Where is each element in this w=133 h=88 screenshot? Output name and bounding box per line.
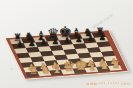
piece-black-bishop: ♝: [70, 27, 82, 39]
diagonal-watermark: www·com: [90, 12, 114, 30]
chess-set-photo: www·com w ♜♞♝♛♚♝♞♜♟♟♟♟♟♟♟♟♟♟♟♟♟♟♟♟♜♞♝♛♚♝…: [0, 0, 133, 88]
url-watermark: www.***-*****.com: [86, 81, 131, 86]
faint-watermark-speck: w: [9, 66, 14, 72]
chess-board: ♜♞♝♛♚♝♞♜♟♟♟♟♟♟♟♟♟♟♟♟♟♟♟♟♜♞♝♛♚♝♞♜: [10, 32, 123, 77]
chess-board-frame: ♜♞♝♛♚♝♞♜♟♟♟♟♟♟♟♟♟♟♟♟♟♟♟♟♜♞♝♛♚♝♞♜: [6, 31, 128, 79]
chess-board-outer-edge: ♜♞♝♛♚♝♞♜♟♟♟♟♟♟♟♟♟♟♟♟♟♟♟♟♜♞♝♛♚♝♞♜: [5, 30, 129, 80]
piece-black-bishop: ♝: [35, 30, 47, 42]
square-h1: ♜: [108, 65, 122, 71]
